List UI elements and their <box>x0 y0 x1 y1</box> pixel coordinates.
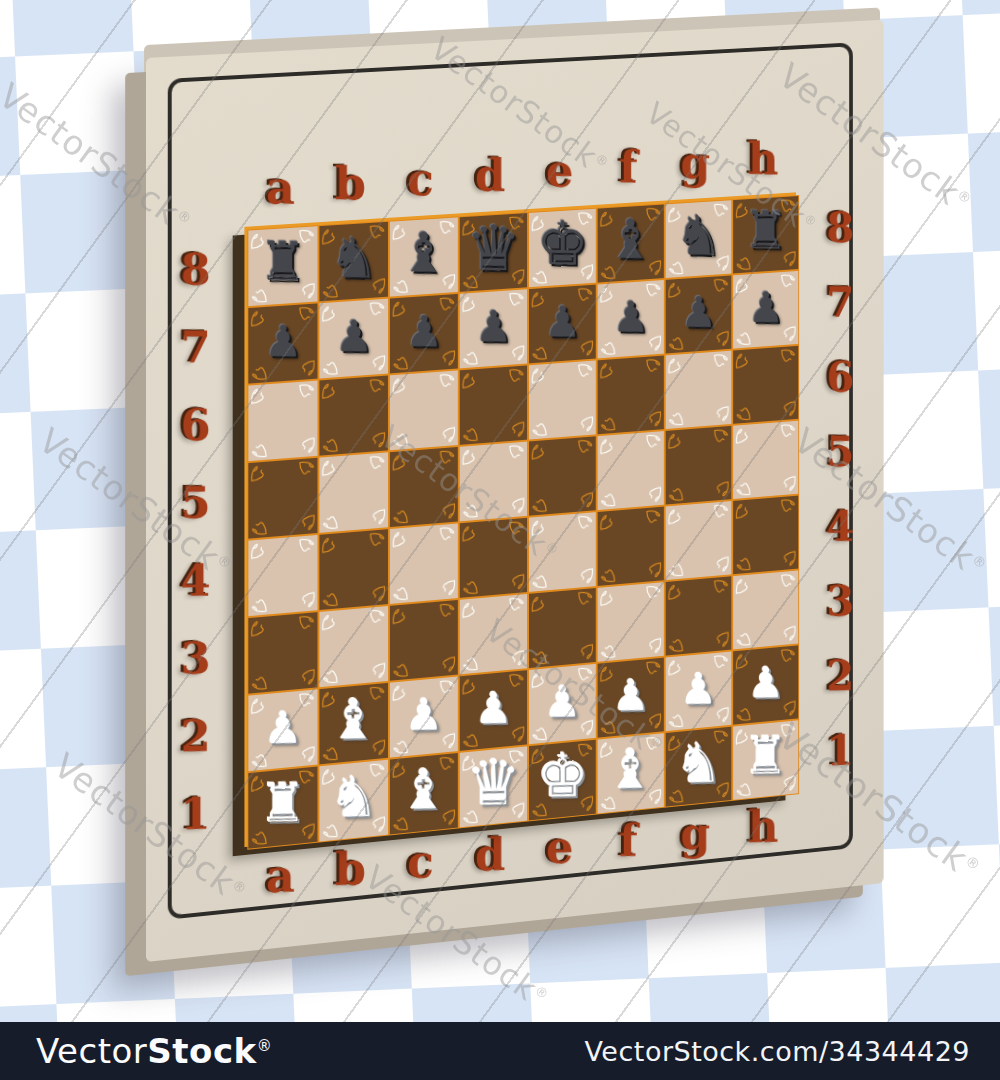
corner-flourish-icon <box>509 497 525 515</box>
watermark-footer-band: VectorStock® VectorStock.com/34344429 <box>0 1022 1000 1080</box>
corner-flourish-icon <box>735 577 751 595</box>
file-label-bottom-g: g <box>681 807 711 860</box>
file-label-bottom-a: a <box>266 849 295 903</box>
piece-black-pawn[interactable]: ♟ <box>680 291 716 334</box>
corner-flourish-icon <box>462 578 478 596</box>
corner-flourish-icon <box>668 485 684 503</box>
corner-flourish-icon <box>531 344 547 362</box>
corner-flourish-icon <box>462 371 478 389</box>
corner-flourish-icon <box>370 586 386 604</box>
corner-flourish-icon <box>250 441 267 459</box>
corner-flourish-icon <box>646 433 662 451</box>
square-b5[interactable] <box>318 451 388 534</box>
corner-flourish-icon <box>250 673 267 691</box>
corner-flourish-icon <box>714 556 730 574</box>
square-g4[interactable] <box>665 500 732 581</box>
corner-flourish-icon <box>646 358 662 376</box>
corner-flourish-icon <box>462 425 478 443</box>
corner-flourish-icon <box>462 600 478 618</box>
square-e3[interactable] <box>528 587 597 669</box>
square-h2[interactable]: ♟ <box>732 644 799 725</box>
piece-black-pawn[interactable]: ♟ <box>612 296 649 339</box>
file-label-bottom-h: h <box>748 800 779 853</box>
corner-flourish-icon <box>299 383 316 401</box>
corner-flourish-icon <box>781 625 797 643</box>
corner-flourish-icon <box>440 503 456 521</box>
corner-flourish-icon <box>370 454 386 472</box>
square-e4[interactable] <box>528 511 597 593</box>
corner-flourish-icon <box>370 531 386 549</box>
corner-flourish-icon <box>509 444 525 462</box>
corner-flourish-icon <box>668 507 684 525</box>
file-label-top-b: b <box>335 157 366 211</box>
square-b1[interactable]: ♞ <box>318 759 388 843</box>
corner-flourish-icon <box>531 572 547 590</box>
square-d5[interactable] <box>459 441 528 523</box>
vectorstock-logo: VectorStock® <box>36 1031 272 1071</box>
rank-label-left-8: 8 <box>180 243 210 294</box>
piece-white-bishop[interactable]: ♝ <box>400 762 448 818</box>
image-url: VectorStock.com/34344429 <box>584 1036 970 1067</box>
corner-flourish-icon <box>668 409 684 427</box>
square-d2[interactable]: ♟ <box>459 669 528 752</box>
corner-flourish-icon <box>462 524 478 542</box>
rank-labels-right: 87654321 <box>796 187 883 792</box>
piece-black-bishop[interactable]: ♝ <box>607 212 654 267</box>
piece-white-pawn[interactable]: ♟ <box>680 668 716 711</box>
square-f7[interactable]: ♟ <box>597 279 665 359</box>
piece-black-pawn[interactable]: ♟ <box>475 305 512 348</box>
corner-flourish-icon <box>250 541 267 559</box>
corner-flourish-icon <box>462 654 478 672</box>
square-b8[interactable]: ♞ <box>318 221 388 303</box>
rank-label-left-3: 3 <box>180 632 210 683</box>
square-d1[interactable]: ♛ <box>459 745 528 828</box>
square-g6[interactable] <box>665 350 732 430</box>
corner-flourish-icon <box>321 435 337 453</box>
square-f3[interactable] <box>597 581 665 663</box>
square-e5[interactable] <box>528 435 597 516</box>
corner-flourish-icon <box>781 401 797 419</box>
square-b3[interactable] <box>318 605 388 688</box>
corner-flourish-icon <box>392 606 408 624</box>
piece-black-pawn[interactable]: ♟ <box>544 300 581 343</box>
corner-flourish-icon <box>599 566 615 584</box>
corner-flourish-icon <box>509 520 525 538</box>
corner-flourish-icon <box>509 368 525 386</box>
corner-flourish-icon <box>714 353 730 371</box>
file-label-bottom-c: c <box>408 835 435 889</box>
corner-flourish-icon <box>668 582 684 600</box>
corner-flourish-icon <box>578 644 594 662</box>
square-f6[interactable] <box>597 355 665 436</box>
file-label-bottom-b: b <box>335 842 366 896</box>
corner-flourish-icon <box>440 602 456 620</box>
square-h8[interactable]: ♜ <box>732 195 799 274</box>
square-h7[interactable]: ♟ <box>732 270 799 350</box>
corner-flourish-icon <box>321 458 337 476</box>
corner-flourish-icon <box>735 630 751 648</box>
piece-black-pawn[interactable]: ♟ <box>405 310 443 354</box>
corner-flourish-icon <box>440 656 456 674</box>
file-label-bottom-d: d <box>475 828 506 882</box>
corner-flourish-icon <box>440 526 456 544</box>
corner-flourish-icon <box>781 550 797 568</box>
square-g7[interactable]: ♟ <box>665 274 732 354</box>
corner-flourish-icon <box>781 348 797 365</box>
file-label-top-f: f <box>619 141 637 194</box>
corner-flourish-icon <box>509 421 525 439</box>
brand-bold: Stock <box>147 1031 256 1071</box>
square-a5[interactable] <box>247 457 318 540</box>
square-g8[interactable]: ♞ <box>665 199 732 279</box>
square-d7[interactable]: ♟ <box>459 288 528 369</box>
corner-flourish-icon <box>735 329 751 346</box>
rank-label-left-4: 4 <box>180 554 210 605</box>
corner-flourish-icon <box>392 530 408 548</box>
piece-black-pawn[interactable]: ♟ <box>264 319 302 363</box>
corner-flourish-icon <box>599 339 615 357</box>
piece-black-knight[interactable]: ♞ <box>329 229 378 286</box>
board-grid: ♜♞♝♛♚♝♞♜♟♟♟♟♟♟♟♟♟♝♟♟♟♟♟♟♜♞♝♛♚♝♞♜ <box>244 192 796 847</box>
corner-flourish-icon <box>668 636 684 654</box>
square-g2[interactable]: ♟ <box>665 650 732 732</box>
corner-flourish-icon <box>250 596 267 614</box>
piece-black-queen[interactable]: ♛ <box>466 217 520 281</box>
corner-flourish-icon <box>299 669 316 687</box>
square-e8[interactable]: ♚ <box>528 208 597 288</box>
square-f5[interactable] <box>597 430 665 511</box>
corner-flourish-icon <box>299 437 316 455</box>
square-g1[interactable]: ♞ <box>665 726 732 808</box>
square-f1[interactable]: ♝ <box>597 732 665 814</box>
square-e1[interactable]: ♚ <box>528 739 597 822</box>
square-c5[interactable] <box>389 446 459 528</box>
square-c6[interactable] <box>389 369 459 451</box>
piece-white-knight[interactable]: ♞ <box>675 735 722 791</box>
corner-flourish-icon <box>578 416 594 434</box>
corner-flourish-icon <box>599 437 615 455</box>
rank-label-right-1: 1 <box>826 725 854 774</box>
corner-flourish-icon <box>321 358 337 376</box>
piece-white-rook[interactable]: ♜ <box>744 730 788 783</box>
corner-flourish-icon <box>370 509 386 527</box>
corner-flourish-icon <box>781 498 797 516</box>
corner-flourish-icon <box>599 414 615 432</box>
file-label-top-c: c <box>408 153 435 207</box>
corner-flourish-icon <box>735 351 751 369</box>
square-d4[interactable] <box>459 517 528 599</box>
corner-flourish-icon <box>668 356 684 374</box>
corner-flourish-icon <box>509 650 525 668</box>
piece-white-bishop[interactable]: ♝ <box>607 742 654 797</box>
piece-white-pawn[interactable]: ♟ <box>405 693 443 737</box>
corner-flourish-icon <box>578 438 594 456</box>
piece-white-knight[interactable]: ♞ <box>329 768 378 825</box>
rank-label-right-4: 4 <box>826 501 854 550</box>
rank-label-left-1: 1 <box>180 787 210 838</box>
file-label-top-e: e <box>546 144 574 197</box>
piece-white-pawn[interactable]: ♟ <box>544 680 581 723</box>
corner-flourish-icon <box>531 442 547 460</box>
corner-flourish-icon <box>531 496 547 514</box>
square-h5[interactable] <box>732 420 799 500</box>
corner-flourish-icon <box>599 717 615 735</box>
corner-flourish-icon <box>321 612 337 630</box>
corner-flourish-icon <box>321 513 337 531</box>
corner-flourish-icon <box>370 608 386 626</box>
corner-flourish-icon <box>735 705 751 723</box>
corner-flourish-icon <box>299 614 316 632</box>
square-c4[interactable] <box>389 522 459 605</box>
corner-flourish-icon <box>370 432 386 450</box>
corner-flourish-icon <box>599 361 615 379</box>
corner-flourish-icon <box>321 590 337 608</box>
corner-flourish-icon <box>578 363 594 381</box>
corner-flourish-icon <box>250 386 267 404</box>
corner-flourish-icon <box>668 432 684 450</box>
corner-flourish-icon <box>321 667 337 685</box>
corner-flourish-icon <box>392 584 408 602</box>
square-b2[interactable]: ♝ <box>318 682 388 766</box>
piece-black-pawn[interactable]: ♟ <box>748 286 784 329</box>
corner-flourish-icon <box>646 584 662 602</box>
piece-black-pawn[interactable]: ♟ <box>335 315 373 359</box>
square-c1[interactable]: ♝ <box>389 752 459 836</box>
corner-flourish-icon <box>321 381 337 399</box>
corner-flourish-icon <box>462 501 478 519</box>
corner-flourish-icon <box>668 711 684 729</box>
corner-flourish-icon <box>599 642 615 660</box>
corner-flourish-icon <box>735 404 751 422</box>
corner-flourish-icon <box>299 460 316 478</box>
corner-flourish-icon <box>531 594 547 612</box>
corner-flourish-icon <box>392 660 408 678</box>
corner-flourish-icon <box>509 574 525 592</box>
corner-flourish-icon <box>599 513 615 531</box>
corner-flourish-icon <box>299 592 316 610</box>
square-a2[interactable]: ♟ <box>247 688 318 772</box>
corner-flourish-icon <box>714 406 730 424</box>
rank-label-left-5: 5 <box>180 477 210 528</box>
file-label-top-d: d <box>475 148 506 202</box>
piece-black-rook[interactable]: ♜ <box>259 235 306 289</box>
rank-label-right-3: 3 <box>826 576 854 625</box>
piece-black-king[interactable]: ♚ <box>536 213 588 274</box>
corner-flourish-icon <box>392 430 408 448</box>
square-e7[interactable]: ♟ <box>528 284 597 365</box>
corner-flourish-icon <box>392 376 408 394</box>
corner-flourish-icon <box>250 363 267 381</box>
corner-flourish-icon <box>299 514 316 532</box>
corner-flourish-icon <box>321 535 337 553</box>
square-f8[interactable]: ♝ <box>597 203 665 283</box>
corner-flourish-icon <box>735 426 751 444</box>
corner-flourish-icon <box>370 662 386 680</box>
square-b6[interactable] <box>318 374 388 456</box>
corner-flourish-icon <box>578 514 594 532</box>
square-a4[interactable] <box>247 534 318 617</box>
corner-flourish-icon <box>714 481 730 499</box>
corner-flourish-icon <box>392 507 408 525</box>
piece-white-pawn[interactable]: ♟ <box>475 687 512 731</box>
corner-flourish-icon <box>735 501 751 519</box>
corner-flourish-icon <box>250 751 267 769</box>
square-h6[interactable] <box>732 345 799 425</box>
corner-flourish-icon <box>781 476 797 494</box>
corner-flourish-icon <box>462 447 478 465</box>
corner-flourish-icon <box>646 486 662 504</box>
rank-label-right-7: 7 <box>826 277 854 326</box>
corner-flourish-icon <box>714 578 730 596</box>
corner-flourish-icon <box>735 554 751 572</box>
corner-flourish-icon <box>578 590 594 608</box>
corner-flourish-icon <box>599 490 615 508</box>
piece-white-rook[interactable]: ♜ <box>259 776 306 830</box>
square-c8[interactable]: ♝ <box>389 216 459 297</box>
rank-label-left-2: 2 <box>180 710 210 761</box>
square-a7[interactable]: ♟ <box>247 302 318 384</box>
corner-flourish-icon <box>646 509 662 527</box>
square-h1[interactable]: ♜ <box>732 719 799 801</box>
file-label-top-h: h <box>748 132 779 185</box>
corner-flourish-icon <box>509 596 525 614</box>
square-c7[interactable]: ♟ <box>389 293 459 375</box>
rank-label-left-6: 6 <box>180 399 210 450</box>
file-label-bottom-f: f <box>619 814 637 867</box>
square-f4[interactable] <box>597 506 665 587</box>
rank-label-right-8: 8 <box>826 202 854 251</box>
square-b4[interactable] <box>318 528 388 611</box>
square-d8[interactable]: ♛ <box>459 212 528 293</box>
piece-black-knight[interactable]: ♞ <box>675 207 722 263</box>
corner-flourish-icon <box>714 631 730 649</box>
piece-white-bishop[interactable]: ♝ <box>329 692 377 748</box>
corner-flourish-icon <box>735 479 751 497</box>
corner-flourish-icon <box>250 464 267 482</box>
square-g3[interactable] <box>665 575 732 656</box>
rank-label-right-5: 5 <box>826 427 854 476</box>
corner-flourish-icon <box>781 573 797 591</box>
corner-flourish-icon <box>250 518 267 536</box>
square-d3[interactable] <box>459 593 528 676</box>
file-label-bottom-e: e <box>546 821 574 874</box>
corner-flourish-icon <box>462 348 478 366</box>
square-e6[interactable] <box>528 359 597 440</box>
corner-flourish-icon <box>370 378 386 396</box>
rank-label-right-6: 6 <box>826 352 854 401</box>
brand-light: Vector <box>36 1031 147 1071</box>
corner-flourish-icon <box>714 428 730 446</box>
square-a8[interactable]: ♜ <box>247 225 318 307</box>
corner-flourish-icon <box>578 492 594 510</box>
corner-flourish-icon <box>392 737 408 755</box>
corner-flourish-icon <box>440 449 456 467</box>
square-a6[interactable] <box>247 380 318 463</box>
corner-flourish-icon <box>531 648 547 666</box>
corner-flourish-icon <box>599 588 615 606</box>
square-g5[interactable] <box>665 425 732 506</box>
corner-flourish-icon <box>781 423 797 441</box>
piece-white-pawn[interactable]: ♟ <box>748 662 784 705</box>
piece-white-king[interactable]: ♚ <box>536 745 588 806</box>
corner-flourish-icon <box>646 638 662 656</box>
piece-white-pawn[interactable]: ♟ <box>264 706 302 750</box>
square-a1[interactable]: ♜ <box>247 765 318 849</box>
rank-labels-left: 87654321 <box>146 227 244 857</box>
corner-flourish-icon <box>531 518 547 536</box>
rank-label-left-7: 7 <box>180 321 210 372</box>
square-c3[interactable] <box>389 599 459 682</box>
square-e2[interactable]: ♟ <box>528 663 597 745</box>
file-label-top-g: g <box>681 136 711 189</box>
square-h4[interactable] <box>732 495 799 576</box>
file-label-top-a: a <box>266 161 295 215</box>
square-b7[interactable]: ♟ <box>318 298 388 380</box>
corner-flourish-icon <box>299 537 316 555</box>
corner-flourish-icon <box>392 453 408 471</box>
piece-black-bishop[interactable]: ♝ <box>400 225 448 281</box>
corner-flourish-icon <box>531 420 547 438</box>
registered-mark: ® <box>257 1037 273 1055</box>
square-f2[interactable]: ♟ <box>597 657 665 739</box>
corner-flourish-icon <box>668 560 684 578</box>
corner-flourish-icon <box>646 562 662 580</box>
square-c2[interactable]: ♟ <box>389 675 459 758</box>
corner-flourish-icon <box>578 568 594 586</box>
corner-flourish-icon <box>440 373 456 391</box>
corner-flourish-icon <box>668 334 684 352</box>
piece-white-pawn[interactable]: ♟ <box>612 674 649 717</box>
rank-label-right-2: 2 <box>826 651 854 700</box>
corner-flourish-icon <box>531 366 547 384</box>
piece-black-rook[interactable]: ♜ <box>744 204 788 257</box>
square-d6[interactable] <box>459 364 528 446</box>
corner-flourish-icon <box>646 411 662 429</box>
corner-flourish-icon <box>392 353 408 371</box>
corner-flourish-icon <box>440 580 456 598</box>
piece-white-queen[interactable]: ♛ <box>466 751 520 815</box>
corner-flourish-icon <box>250 619 267 637</box>
chess-board: abcdefgh abcdefgh 87654321 87654321 ♜♞♝♛… <box>146 20 884 962</box>
square-h3[interactable] <box>732 569 799 650</box>
corner-flourish-icon <box>440 427 456 445</box>
square-a3[interactable] <box>247 611 318 695</box>
corner-flourish-icon <box>714 503 730 521</box>
